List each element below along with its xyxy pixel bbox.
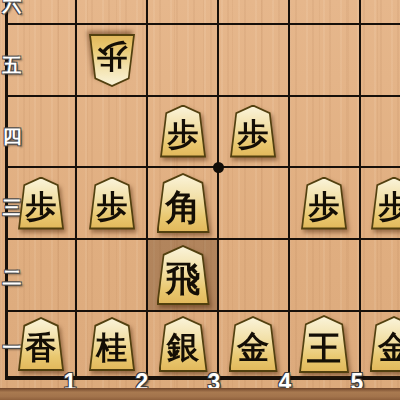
piece-lance-1一[interactable]: 香 [18,317,64,371]
piece-gold-6一[interactable]: 金 [370,316,400,372]
koma-shape: 歩 [301,177,347,230]
piece-pawn-2三[interactable]: 歩 [89,177,135,230]
piece-pawn-1三[interactable]: 歩 [18,177,64,230]
koma-kanji: 歩 [91,35,133,77]
koma-kanji: 歩 [20,186,62,228]
koma-face: 銀 [161,318,206,370]
koma-kanji: 金 [231,326,276,370]
piece-knight-2一[interactable]: 桂 [89,317,135,371]
koma-kanji: 銀 [161,326,206,370]
grid-vline [146,0,148,380]
koma-shape: 角 [157,173,210,233]
koma-face: 金 [231,318,276,370]
piece-silver-3一[interactable]: 銀 [159,316,208,372]
koma-shape: 歩 [89,34,135,87]
shogi-board[interactable]: 六 五 四 三 二 一 1 2 3 4 5 歩歩歩歩歩角歩歩飛香桂銀金王金 [0,0,400,400]
board-front-edge [0,388,400,400]
koma-face: 飛 [159,247,208,303]
grid-hline [5,95,400,97]
rank-label-6-partial: 六 [1,0,23,15]
grid-vline [75,0,77,380]
koma-face: 歩 [20,179,62,228]
piece-pawn-2五[interactable]: 歩 [89,34,135,87]
koma-kanji: 歩 [91,186,133,228]
koma-kanji: 歩 [303,186,345,228]
grid-vline [359,0,361,380]
koma-face: 角 [159,175,208,231]
koma-shape: 飛 [157,245,210,305]
koma-face: 金 [372,318,400,370]
koma-kanji: 歩 [373,186,400,228]
piece-bishop-3三[interactable]: 角 [157,173,210,233]
koma-face: 桂 [91,319,133,369]
koma-shape: 王 [299,315,349,373]
koma-kanji: 飛 [159,256,208,303]
rank-label-4: 四 [1,125,23,147]
grid-vline [217,0,219,380]
koma-face: 歩 [91,36,133,85]
koma-face: 歩 [303,179,345,228]
koma-face: 歩 [373,179,400,228]
koma-shape: 歩 [89,177,135,230]
grid-hline [5,310,400,312]
rank-label-2: 二 [1,266,23,288]
koma-face: 香 [20,319,62,369]
koma-shape: 銀 [159,316,208,372]
koma-shape: 歩 [160,105,206,158]
koma-face: 歩 [232,107,274,156]
grid-hline [5,238,400,240]
piece-pawn-3四[interactable]: 歩 [160,105,206,158]
koma-kanji: 香 [20,327,62,369]
koma-kanji: 角 [159,184,208,231]
koma-face: 歩 [162,107,204,156]
rank-label-5: 五 [1,54,23,76]
koma-kanji: 金 [372,326,400,370]
koma-kanji: 歩 [232,114,274,156]
koma-shape: 歩 [230,105,276,158]
star-point [213,162,224,173]
koma-face: 歩 [91,179,133,228]
koma-kanji: 桂 [91,327,133,369]
koma-shape: 歩 [18,177,64,230]
koma-shape: 香 [18,317,64,371]
grid-vline [288,0,290,380]
koma-shape: 金 [229,316,278,372]
koma-shape: 金 [370,316,400,372]
piece-rook-3二[interactable]: 飛 [157,245,210,305]
koma-shape: 歩 [371,177,400,230]
koma-kanji: 歩 [162,114,204,156]
koma-shape: 桂 [89,317,135,371]
grid-hline [5,23,400,25]
piece-pawn-4四[interactable]: 歩 [230,105,276,158]
piece-king-5一[interactable]: 王 [299,315,349,373]
koma-face: 王 [301,317,347,371]
piece-pawn-5三[interactable]: 歩 [301,177,347,230]
grid-hline [5,166,400,168]
piece-gold-4一[interactable]: 金 [229,316,278,372]
koma-kanji: 王 [301,326,347,372]
piece-pawn-6三[interactable]: 歩 [371,177,400,230]
